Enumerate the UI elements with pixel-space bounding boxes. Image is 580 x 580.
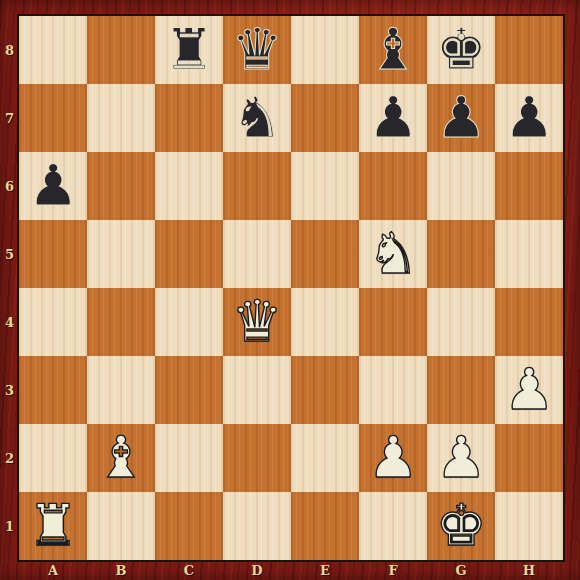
file-label-a: A [19,560,87,580]
square-e6[interactable] [291,152,359,220]
square-c7[interactable] [155,84,223,152]
square-f5[interactable]: ♞ [359,220,427,288]
square-e1[interactable] [291,492,359,560]
square-f2[interactable]: ♟ [359,424,427,492]
chess-diagram: 87654321 ABCDEFGH ♜♛♝♚♞♟♟♟♟♞♛♟♝♟♟♜♚ [0,0,580,580]
square-b4[interactable] [87,288,155,356]
piece-black-pawn[interactable]: ♟ [503,89,554,146]
square-f6[interactable] [359,152,427,220]
square-h5[interactable] [495,220,563,288]
square-f7[interactable]: ♟ [359,84,427,152]
square-b8[interactable] [87,16,155,84]
piece-white-rook[interactable]: ♜ [27,497,78,554]
square-h2[interactable] [495,424,563,492]
square-g4[interactable] [427,288,495,356]
square-d8[interactable]: ♛ [223,16,291,84]
file-label-b: B [87,560,155,580]
square-b1[interactable] [87,492,155,560]
file-label-h: H [495,560,563,580]
square-a5[interactable] [19,220,87,288]
rank-label-1: 1 [0,492,19,560]
square-g5[interactable] [427,220,495,288]
square-h7[interactable]: ♟ [495,84,563,152]
file-label-e: E [291,560,359,580]
square-h3[interactable]: ♟ [495,356,563,424]
rank-labels: 87654321 [0,16,19,560]
rank-label-8: 8 [0,16,19,84]
square-g7[interactable]: ♟ [427,84,495,152]
rank-label-2: 2 [0,424,19,492]
piece-white-pawn[interactable]: ♟ [435,429,486,486]
square-b2[interactable]: ♝ [87,424,155,492]
square-f8[interactable]: ♝ [359,16,427,84]
square-c3[interactable] [155,356,223,424]
piece-black-bishop[interactable]: ♝ [367,21,418,78]
square-a2[interactable] [19,424,87,492]
square-d5[interactable] [223,220,291,288]
square-a6[interactable]: ♟ [19,152,87,220]
piece-white-bishop[interactable]: ♝ [95,429,146,486]
square-b7[interactable] [87,84,155,152]
file-label-c: C [155,560,223,580]
piece-black-pawn[interactable]: ♟ [435,89,486,146]
rank-label-4: 4 [0,288,19,356]
square-h8[interactable] [495,16,563,84]
square-g2[interactable]: ♟ [427,424,495,492]
square-g6[interactable] [427,152,495,220]
square-b5[interactable] [87,220,155,288]
square-a4[interactable] [19,288,87,356]
square-d3[interactable] [223,356,291,424]
piece-white-pawn[interactable]: ♟ [503,361,554,418]
square-h6[interactable] [495,152,563,220]
square-a3[interactable] [19,356,87,424]
square-c2[interactable] [155,424,223,492]
square-d6[interactable] [223,152,291,220]
square-e3[interactable] [291,356,359,424]
rank-label-3: 3 [0,356,19,424]
square-f1[interactable] [359,492,427,560]
square-f3[interactable] [359,356,427,424]
square-h1[interactable] [495,492,563,560]
square-g3[interactable] [427,356,495,424]
square-a1[interactable]: ♜ [19,492,87,560]
file-label-g: G [427,560,495,580]
chess-board: ♜♛♝♚♞♟♟♟♟♞♛♟♝♟♟♜♚ [19,16,563,560]
square-b3[interactable] [87,356,155,424]
rank-label-6: 6 [0,152,19,220]
square-g1[interactable]: ♚ [427,492,495,560]
piece-black-knight[interactable]: ♞ [231,89,282,146]
file-labels: ABCDEFGH [19,560,563,580]
square-a8[interactable] [19,16,87,84]
piece-black-queen[interactable]: ♛ [231,21,282,78]
square-g8[interactable]: ♚ [427,16,495,84]
square-c6[interactable] [155,152,223,220]
piece-white-knight[interactable]: ♞ [367,225,418,282]
piece-black-pawn[interactable]: ♟ [27,157,78,214]
file-label-d: D [223,560,291,580]
square-e7[interactable] [291,84,359,152]
rank-label-7: 7 [0,84,19,152]
square-h4[interactable] [495,288,563,356]
piece-white-pawn[interactable]: ♟ [367,429,418,486]
square-e5[interactable] [291,220,359,288]
piece-black-rook[interactable]: ♜ [163,21,214,78]
piece-black-pawn[interactable]: ♟ [367,89,418,146]
square-b6[interactable] [87,152,155,220]
square-d1[interactable] [223,492,291,560]
square-c1[interactable] [155,492,223,560]
square-c8[interactable]: ♜ [155,16,223,84]
square-d2[interactable] [223,424,291,492]
square-e2[interactable] [291,424,359,492]
square-c4[interactable] [155,288,223,356]
piece-white-queen[interactable]: ♛ [231,293,282,350]
square-c5[interactable] [155,220,223,288]
rank-label-5: 5 [0,220,19,288]
square-e8[interactable] [291,16,359,84]
piece-black-king[interactable]: ♚ [435,21,486,78]
piece-white-king[interactable]: ♚ [435,497,486,554]
square-e4[interactable] [291,288,359,356]
file-label-f: F [359,560,427,580]
square-d4[interactable]: ♛ [223,288,291,356]
square-d7[interactable]: ♞ [223,84,291,152]
square-f4[interactable] [359,288,427,356]
square-a7[interactable] [19,84,87,152]
